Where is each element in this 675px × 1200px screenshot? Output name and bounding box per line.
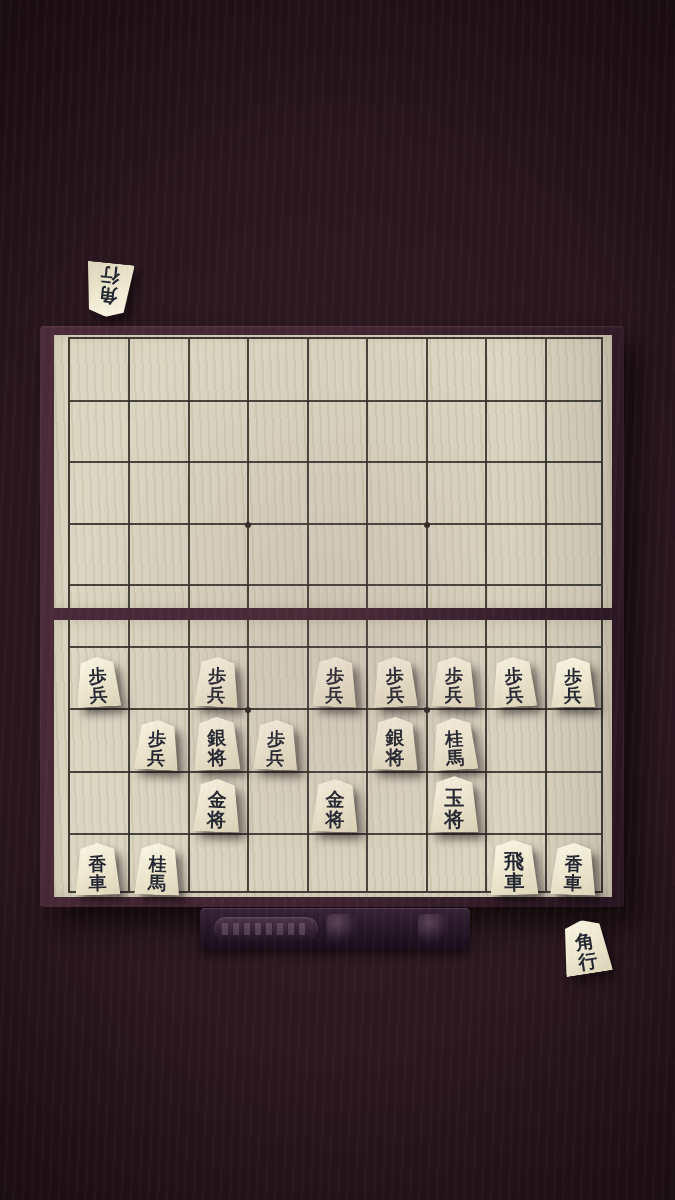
clasp-emblem-icon [326, 914, 356, 944]
piece-kanji: 将 [385, 747, 404, 767]
shogi-piece-knight[interactable]: 桂馬 [135, 843, 180, 895]
piece-kanji: 銀 [207, 728, 226, 748]
piece-kanji: 銀 [385, 728, 404, 748]
clasp-nameplate [214, 917, 318, 941]
piece-kanji: 車 [89, 873, 107, 892]
piece-kanji: 歩 [564, 668, 582, 686]
shogi-piece-bishop[interactable]: 角行 [562, 920, 609, 974]
piece-kanji: 香 [88, 855, 106, 874]
piece-kanji: 兵 [266, 748, 285, 767]
piece-kanji: 行 [577, 950, 599, 972]
grid-line [247, 339, 249, 608]
piece-face: 歩兵 [372, 657, 418, 709]
grid-line [545, 339, 547, 608]
piece-face: 桂馬 [431, 717, 479, 771]
board-lower-half[interactable]: 歩兵歩兵歩兵歩兵歩兵歩兵歩兵歩兵銀将歩兵銀将桂馬金将金将玉将香車桂馬飛車香車 [54, 620, 612, 897]
shogi-piece-king[interactable]: 玉将 [430, 776, 478, 832]
shogi-piece-pawn[interactable]: 歩兵 [254, 720, 298, 770]
piece-kanji: 桂 [148, 855, 167, 874]
shogi-piece-pawn[interactable]: 歩兵 [373, 657, 417, 707]
piece-kanji: 馬 [147, 873, 166, 892]
piece-face: 歩兵 [491, 656, 538, 708]
piece-kanji: 車 [504, 871, 524, 892]
piece-kanji: 将 [326, 810, 345, 830]
shogi-piece-pawn[interactable]: 歩兵 [313, 657, 357, 707]
grid-line [128, 339, 130, 608]
piece-kanji: 兵 [505, 686, 524, 705]
piece-kanji: 将 [207, 747, 226, 767]
piece-kanji: 兵 [564, 686, 582, 704]
shogi-piece-gold[interactable]: 金将 [312, 779, 358, 832]
piece-face: 銀将 [371, 716, 418, 770]
piece-face: 金将 [312, 779, 359, 833]
piece-layer: 歩兵歩兵歩兵歩兵歩兵歩兵歩兵歩兵銀将歩兵銀将桂馬金将金将玉将香車桂馬飛車香車 [54, 620, 612, 897]
shogi-piece-silver[interactable]: 銀将 [194, 717, 240, 770]
shogi-piece-pawn[interactable]: 歩兵 [492, 657, 536, 707]
shogi-piece-lance[interactable]: 香車 [75, 843, 120, 895]
shogi-piece-knight[interactable]: 桂馬 [432, 718, 477, 770]
piece-kanji: 兵 [445, 686, 463, 705]
piece-face: 角行 [82, 261, 134, 320]
piece-face: 歩兵 [74, 656, 121, 708]
piece-face: 香車 [75, 842, 121, 895]
piece-face: 飛車 [489, 839, 538, 895]
piece-face: 香車 [550, 842, 597, 896]
shogi-board: 歩兵歩兵歩兵歩兵歩兵歩兵歩兵歩兵銀将歩兵銀将桂馬金将金将玉将香車桂馬飛車香車 [40, 326, 624, 907]
shogi-piece-pawn[interactable]: 歩兵 [135, 720, 179, 770]
piece-face: 歩兵 [193, 656, 240, 708]
piece-face: 桂馬 [134, 842, 181, 896]
hoshi-dot [424, 522, 430, 528]
shogi-piece-lance[interactable]: 香車 [551, 843, 596, 895]
piece-face: 歩兵 [432, 657, 477, 708]
table-surface: 歩兵歩兵歩兵歩兵歩兵歩兵歩兵歩兵銀将歩兵銀将桂馬金将金将玉将香車桂馬飛車香車 角… [0, 0, 675, 1200]
piece-kanji: 飛 [504, 851, 524, 872]
piece-kanji: 将 [206, 809, 226, 829]
piece-kanji: 車 [563, 873, 582, 892]
piece-kanji: 馬 [446, 748, 465, 767]
shogi-piece-rook[interactable]: 飛車 [490, 840, 538, 895]
grid-line [70, 400, 601, 402]
piece-face: 歩兵 [253, 719, 299, 771]
board-upper-half[interactable] [54, 335, 612, 608]
clasp-emblem-icon [418, 914, 448, 944]
grid-line [307, 339, 309, 608]
piece-kanji: 兵 [206, 686, 225, 705]
piece-kanji: 兵 [326, 686, 345, 705]
piece-kanji: 兵 [147, 748, 166, 767]
grid-line [70, 461, 601, 463]
grid-line [426, 339, 428, 608]
piece-kanji: 将 [444, 809, 464, 829]
shogi-piece-pawn[interactable]: 歩兵 [195, 657, 239, 707]
grid-line [70, 523, 601, 525]
shogi-piece-silver[interactable]: 銀将 [372, 717, 418, 770]
shogi-piece-pawn[interactable]: 歩兵 [76, 657, 120, 707]
grid-upper [68, 337, 603, 608]
shogi-piece-gold[interactable]: 金将 [194, 779, 240, 832]
piece-kanji: 兵 [89, 686, 108, 705]
hoshi-dot [245, 522, 251, 528]
piece-face: 金将 [193, 778, 241, 833]
piece-kanji: 香 [564, 855, 583, 874]
piece-kanji: 玉 [444, 788, 464, 808]
grid-line [70, 584, 601, 586]
piece-kanji: 兵 [386, 686, 405, 705]
shogi-piece-pawn[interactable]: 歩兵 [432, 657, 476, 707]
piece-face: 歩兵 [551, 657, 595, 707]
shogi-piece-pawn[interactable]: 歩兵 [551, 657, 595, 707]
piece-face: 角行 [558, 917, 613, 978]
grid-line [188, 339, 190, 608]
piece-kanji: 行 [100, 265, 121, 286]
grid-line [366, 339, 368, 608]
piece-face: 歩兵 [134, 719, 181, 771]
piece-face: 歩兵 [313, 657, 359, 709]
shogi-piece-bishop[interactable]: 角行 [85, 263, 132, 317]
board-clasp-latch[interactable] [200, 908, 470, 950]
piece-face: 玉将 [430, 776, 478, 832]
grid-line [485, 339, 487, 608]
piece-face: 銀将 [193, 716, 240, 770]
